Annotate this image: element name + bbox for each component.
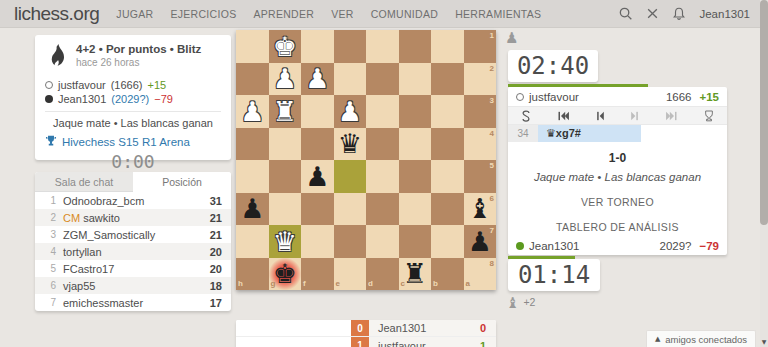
standing-player-name[interactable]: vjap55 [63,280,95,292]
analysis-board-button[interactable]: TABLERO DE ANÁLISIS [508,221,727,233]
rank-label-5: 5 [490,162,494,170]
square-c4[interactable] [399,128,432,161]
bottom-player-name[interactable]: Jean1301 [529,240,580,252]
piece-white-pawn[interactable]: ♟ [305,65,329,92]
square-b2[interactable] [431,63,464,96]
square-e2[interactable] [334,63,367,96]
file-label-a: a [466,280,470,288]
standing-rank: 1 [44,195,56,206]
standing-player-name[interactable]: FCastro17 [63,263,114,275]
rank-label-4: 4 [490,130,494,138]
standing-score: 31 [210,195,222,207]
navbar-right: Jean1301 [618,6,750,21]
chat-tabs: Sala de chat Posición [35,172,231,192]
trophy-icon [45,135,57,149]
site-logo[interactable]: lichess.org [14,3,99,25]
top-player-row: justfavour 1666 +15 [508,87,727,106]
search-icon[interactable] [618,6,633,21]
standing-row[interactable]: 5FCastro1720 [35,260,231,277]
top-player-diff: +15 [699,91,719,103]
cycle-icon[interactable] [521,110,531,122]
square-e1[interactable] [334,30,367,63]
piece-white-pawn[interactable]: ♟ [240,98,264,125]
square-g7[interactable]: ♛ [269,225,302,258]
square-g2[interactable]: ♟ [269,63,302,96]
square-f6[interactable] [301,193,334,226]
standing-row[interactable]: 4tortyllan20 [35,243,231,260]
square-b5[interactable] [431,160,464,193]
square-a2[interactable]: 2 [464,63,497,96]
friends-online-bar[interactable]: ▲ amigos conectados [646,330,756,347]
file-label-g: g [271,280,276,288]
standing-player-name[interactable]: ZGM_Samostically [63,229,155,241]
square-c6[interactable] [399,193,432,226]
square-e7[interactable] [334,225,367,258]
crosstable-row[interactable]: 0Jean13010 [236,320,496,337]
square-a8[interactable]: a8 [464,258,497,291]
square-b3[interactable] [431,95,464,128]
standing-player-name[interactable]: tortyllan [63,246,102,258]
square-c2[interactable] [399,63,432,96]
standing-score: 21 [210,229,222,241]
material-advantage: ♝ +2 [506,295,535,310]
white-color-icon [45,81,53,89]
navbar: lichess.org JUGAREJERCICIOSAPRENDERVERCO… [0,0,768,28]
piece-black-bishop[interactable]: ♝ [468,195,492,222]
square-b4[interactable] [431,128,464,161]
standing-row[interactable]: 6vjap5518 [35,277,231,294]
square-g6[interactable] [269,193,302,226]
square-f7[interactable] [301,225,334,258]
scrollbar-thumb[interactable] [760,0,768,225]
square-a7[interactable]: ♟7 [464,225,497,258]
standing-player-name[interactable]: emichessmaster [63,297,143,309]
view-tournament-button[interactable]: VER TORNEO [508,196,727,208]
standing-player-name[interactable]: CM sawkito [63,212,120,224]
standing-score: 21 [210,212,222,224]
rank-label-2: 2 [490,65,494,73]
square-f8[interactable]: f [301,258,334,291]
scrollbar-down-arrow-icon[interactable]: ▼ [760,336,768,347]
username[interactable]: Jean1301 [699,8,750,20]
nav-item-aprender[interactable]: APRENDER [253,8,314,20]
square-d7[interactable] [366,225,399,258]
piece-black-king[interactable]: ♚ [273,260,297,287]
tournament-link[interactable]: Hivechess S15 R1 Arena [45,135,221,149]
white-player-rating: (1666) [111,78,143,92]
piece-white-rook[interactable]: ♜ [273,98,297,125]
black-color-icon [45,95,53,103]
standing-score: 17 [210,297,222,309]
file-label-c: c [401,280,405,288]
standing-rank: 3 [44,229,56,240]
move-list-row: 34 ♛xg7# [508,125,727,142]
tournament-name[interactable]: Hivechess S15 R1 Arena [62,136,190,148]
move-qxg7[interactable]: ♛xg7# [538,125,641,142]
piece-white-king[interactable]: ♚ [273,33,297,60]
square-d3[interactable] [366,95,399,128]
piece-black-queen[interactable]: ♛ [338,130,362,157]
next-move-icon[interactable] [630,111,639,121]
bottom-player-diff: −79 [699,240,719,252]
square-c3[interactable] [399,95,432,128]
square-b6[interactable] [431,193,464,226]
square-c8[interactable]: ♜c [399,258,432,291]
crosstable-player-name[interactable]: Jean1301 [369,320,480,336]
captured-pawn-icon: ♟ [505,30,518,45]
piece-white-queen[interactable]: ♛ [273,228,297,255]
crosstable-games-spacer [236,320,351,336]
rank-label-7: 7 [490,227,494,235]
game-info-header: 4+2 • Por puntos • Blitz hace 26 horas [45,43,221,72]
square-e5[interactable] [334,160,367,193]
triangle-up-icon: ▲ [655,335,660,343]
crosstable-game-score: 0 [351,320,369,336]
friends-online-label: amigos conectados [665,334,747,345]
square-d8[interactable]: d [366,258,399,291]
crosstable-player-name[interactable]: justfavour [369,337,480,347]
square-f1[interactable] [301,30,334,63]
tab-posicion[interactable]: Posición [133,172,231,192]
file-label-d: d [368,280,373,288]
standing-score: 20 [210,263,222,275]
square-f5[interactable]: ♟ [301,160,334,193]
rank-label-1: 1 [490,32,494,40]
time-control: 4+2 • Por puntos • Blitz [76,43,201,55]
square-c7[interactable] [399,225,432,258]
first-move-icon[interactable] [557,111,570,121]
square-g1[interactable]: ♚ [269,30,302,63]
square-e6[interactable] [334,193,367,226]
square-h1[interactable] [236,30,269,63]
notifications-bell-icon[interactable] [672,6,686,21]
tournament-clock: 0:00 [45,151,221,172]
square-h5[interactable] [236,160,269,193]
rank-label-3: 3 [490,97,494,105]
square-c5[interactable] [399,160,432,193]
standing-score: 18 [210,280,222,292]
square-a5[interactable]: 5 [464,160,497,193]
file-label-e: e [336,280,340,288]
standing-row[interactable]: 2CM sawkito21 [35,209,231,226]
square-a6[interactable]: ♝6 [464,193,497,226]
rank-label-6: 6 [490,195,494,203]
challenges-x-icon[interactable] [646,7,659,20]
black-clock: 01:14 [508,259,600,291]
standing-rank: 2 [44,212,56,223]
bottom-player-rating: 2029? [660,240,692,252]
white-color-icon [516,93,524,101]
square-h6[interactable]: ♟ [236,193,269,226]
game-info-card: 4+2 • Por puntos • Blitz hace 26 horas j… [35,35,231,160]
bottom-player-row: Jean1301 2029? −79 [508,236,727,255]
nav-item-comunidad[interactable]: COMUNIDAD [371,8,438,20]
tab-sala-de-chat[interactable]: Sala de chat [35,172,133,192]
game-result: 1-0 [508,151,727,165]
square-d4[interactable] [366,128,399,161]
black-player-name[interactable]: Jean1301 [58,92,106,106]
nav-item-herramientas[interactable]: HERRAMIENTAS [455,8,541,20]
players-block: justfavour (1666) +15 Jean1301 (2029?) −… [45,78,221,106]
crosstable-row[interactable]: 1justfavour1 [236,337,496,347]
standing-row[interactable]: 1Odnoobraz_bcm31 [35,192,231,209]
standing-row[interactable]: 7emichessmaster17 [35,294,231,311]
standing-player-name[interactable]: Odnoobraz_bcm [63,195,144,207]
game-status: Jaque mate • Las blancas ganan [45,111,221,129]
file-label-f: f [303,280,306,288]
crosstable-total: 0 [480,320,496,336]
nav-item-ejercicios[interactable]: EJERCICIOS [170,8,236,20]
white-clock: 02:40 [508,50,598,82]
standing-rank: 4 [44,246,56,257]
move-list-empty [641,125,727,142]
top-player-name[interactable]: justfavour [529,91,579,103]
square-h7[interactable] [236,225,269,258]
last-move-icon[interactable] [665,111,678,121]
square-f3[interactable] [301,95,334,128]
nav-item-ver[interactable]: VER [331,8,354,20]
move-controls [508,106,727,125]
square-g4[interactable] [269,128,302,161]
square-d1[interactable] [366,30,399,63]
player-title: CM [63,212,83,224]
piece-white-pawn[interactable]: ♟ [273,65,297,92]
piece-black-rook[interactable]: ♜ [403,260,427,287]
tournament-standings: 1Odnoobraz_bcm312CM sawkito213ZGM_Samost… [35,192,231,311]
square-b8[interactable]: b [431,258,464,291]
square-e3[interactable]: ♟ [334,95,367,128]
square-d2[interactable] [366,63,399,96]
black-rating-diff: −79 [154,92,173,106]
white-player-line: justfavour (1666) +15 [45,78,221,92]
page-scrollbar[interactable]: ▼ [760,0,768,347]
square-e4[interactable]: ♛ [334,128,367,161]
captured-bishop-icon: ♝ [506,295,519,310]
analysis-goblet-icon[interactable] [704,110,714,122]
file-label-h: h [238,280,243,288]
blitz-flame-icon [49,43,68,72]
game-time-ago: hace 26 horas [76,57,201,68]
piece-black-pawn[interactable]: ♟ [305,163,329,190]
crosstable-total: 1 [480,337,496,347]
square-d5[interactable] [366,160,399,193]
chat-card: Sala de chat Posición 1Odnoobraz_bcm312C… [35,172,231,311]
top-player-rating: 1666 [666,91,692,103]
nav-item-jugar[interactable]: JUGAR [116,8,153,20]
square-b1[interactable] [431,30,464,63]
square-d6[interactable] [366,193,399,226]
piece-black-pawn[interactable]: ♟ [240,195,264,222]
moves-card: justfavour 1666 +15 34 ♛xg7# 1-0 Jaque m… [508,87,727,255]
square-a4[interactable]: 4 [464,128,497,161]
square-h8[interactable]: h [236,258,269,291]
standing-row[interactable]: 3ZGM_Samostically21 [35,226,231,243]
square-g3[interactable]: ♜ [269,95,302,128]
square-f2[interactable]: ♟ [301,63,334,96]
online-status-icon [516,242,524,250]
result-block: 1-0 Jaque mate • Las blancas ganan VER T… [508,142,727,236]
piece-black-pawn[interactable]: ♟ [468,228,492,255]
square-b7[interactable] [431,225,464,258]
standing-rank: 5 [44,263,56,274]
rank-label-8: 8 [490,260,494,268]
file-label-b: b [433,280,438,288]
material-advantage-value: +2 [523,297,535,308]
square-c1[interactable] [399,30,432,63]
crosstable-game-score: 1 [351,337,369,347]
square-f4[interactable] [301,128,334,161]
standing-rank: 7 [44,297,56,308]
black-player-line: Jean1301 (2029?) −79 [45,92,221,106]
piece-white-pawn[interactable]: ♟ [338,98,362,125]
crosstable-games-spacer [236,337,351,347]
square-e8[interactable]: e [334,258,367,291]
move-number: 34 [508,125,538,142]
nav-menu: JUGAREJERCICIOSAPRENDERVERCOMUNIDADHERRA… [99,8,541,20]
black-player-rating: (2029?) [111,92,149,106]
square-h4[interactable] [236,128,269,161]
square-h3[interactable]: ♟ [236,95,269,128]
square-g5[interactable] [269,160,302,193]
square-a1[interactable]: 1 [464,30,497,63]
white-rating-diff: +15 [148,78,167,92]
standing-score: 20 [210,246,222,258]
result-status: Jaque mate • Las blancas ganan [508,171,727,183]
square-h2[interactable] [236,63,269,96]
standing-rank: 6 [44,280,56,291]
previous-move-icon[interactable] [596,111,605,121]
square-g8[interactable]: ♚g [269,258,302,291]
crosstable: 0Jean130101justfavour1 [236,320,496,347]
square-a3[interactable]: 3 [464,95,497,128]
white-player-name[interactable]: justfavour [58,78,106,92]
chess-board[interactable]: ♚1♟♟2♟♜♟3♛4♟5♟♝6♛♟7h♚gfed♜cba8 [236,30,496,290]
